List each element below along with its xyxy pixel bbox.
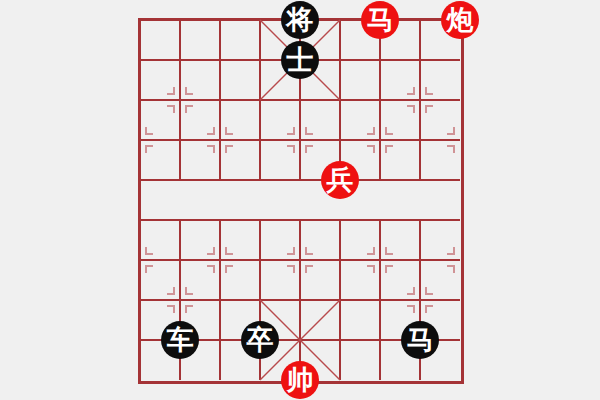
point-marker <box>185 305 193 313</box>
point-marker <box>207 247 215 255</box>
point-marker <box>145 145 153 153</box>
point-marker <box>225 265 233 273</box>
point-marker <box>145 265 153 273</box>
point-marker <box>287 145 295 153</box>
point-marker <box>207 127 215 135</box>
point-marker <box>305 127 313 135</box>
point-marker <box>447 265 455 273</box>
point-marker <box>225 247 233 255</box>
point-marker <box>145 127 153 135</box>
xiangqi-app: 将马炮士兵车卒马帅 <box>0 0 600 400</box>
point-marker <box>287 247 295 255</box>
point-marker <box>367 145 375 153</box>
point-marker <box>287 265 295 273</box>
point-marker <box>185 105 193 113</box>
piece-red-soldier[interactable]: 兵 <box>321 161 359 199</box>
point-marker <box>447 247 455 255</box>
point-marker <box>185 287 193 295</box>
point-marker <box>425 87 433 95</box>
piece-black-general[interactable]: 将 <box>281 1 319 39</box>
point-marker <box>425 105 433 113</box>
point-marker <box>305 145 313 153</box>
point-marker <box>407 105 415 113</box>
point-marker <box>225 145 233 153</box>
point-marker <box>305 265 313 273</box>
piece-red-cannon[interactable]: 炮 <box>441 1 479 39</box>
point-marker <box>367 127 375 135</box>
point-marker <box>407 87 415 95</box>
point-marker <box>207 265 215 273</box>
piece-red-horse[interactable]: 马 <box>361 1 399 39</box>
piece-black-soldier[interactable]: 卒 <box>241 321 279 359</box>
piece-black-horse[interactable]: 马 <box>401 321 439 359</box>
point-marker <box>425 305 433 313</box>
point-marker <box>185 87 193 95</box>
point-marker <box>207 145 215 153</box>
point-marker <box>145 247 153 255</box>
point-marker <box>447 127 455 135</box>
point-marker <box>447 145 455 153</box>
point-marker <box>167 105 175 113</box>
point-marker <box>167 305 175 313</box>
piece-black-chariot[interactable]: 车 <box>161 321 199 359</box>
point-marker <box>305 247 313 255</box>
point-marker <box>287 127 295 135</box>
point-marker <box>385 145 393 153</box>
xiangqi-board[interactable]: 将马炮士兵车卒马帅 <box>140 20 460 380</box>
point-marker <box>385 265 393 273</box>
point-marker <box>167 287 175 295</box>
point-marker <box>407 305 415 313</box>
point-marker <box>367 265 375 273</box>
point-marker <box>425 287 433 295</box>
point-marker <box>367 247 375 255</box>
point-marker <box>385 247 393 255</box>
point-marker <box>225 127 233 135</box>
point-marker <box>407 287 415 295</box>
piece-black-advisor[interactable]: 士 <box>281 41 319 79</box>
point-marker <box>385 127 393 135</box>
piece-red-general[interactable]: 帅 <box>281 361 319 399</box>
point-marker <box>167 87 175 95</box>
